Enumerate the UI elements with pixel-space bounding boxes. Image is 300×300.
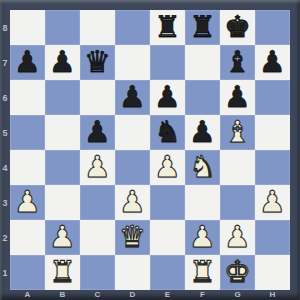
square-h3[interactable]: ♟	[255, 185, 290, 220]
piece-black-pawn[interactable]: ♟	[84, 115, 111, 149]
square-c3[interactable]	[80, 185, 115, 220]
square-e5[interactable]: ♞	[150, 115, 185, 150]
square-e6[interactable]: ♟	[150, 80, 185, 115]
piece-white-knight[interactable]: ♞	[189, 150, 216, 184]
rank-label-7: 7	[0, 45, 10, 80]
piece-white-pawn[interactable]: ♟	[14, 185, 41, 219]
square-h1[interactable]	[255, 255, 290, 290]
rank-label-6: 6	[0, 80, 10, 115]
rank-labels: 87654321	[0, 10, 10, 290]
square-c5[interactable]: ♟	[80, 115, 115, 150]
piece-black-pawn[interactable]: ♟	[224, 80, 251, 114]
square-h4[interactable]	[255, 150, 290, 185]
piece-black-knight[interactable]: ♞	[154, 115, 181, 149]
square-e2[interactable]	[150, 220, 185, 255]
square-g5[interactable]: ♝	[220, 115, 255, 150]
square-f5[interactable]: ♟	[185, 115, 220, 150]
square-f1[interactable]: ♜	[185, 255, 220, 290]
square-e3[interactable]	[150, 185, 185, 220]
square-f4[interactable]: ♞	[185, 150, 220, 185]
square-c7[interactable]: ♛	[80, 45, 115, 80]
chess-board-frame: 87654321 ♜♜♚♟♟♛♝♟♟♟♟♟♞♟♝♟♟♞♟♟♟♟♛♟♟♜♜♚ AB…	[0, 0, 300, 300]
piece-white-king[interactable]: ♚	[224, 255, 251, 289]
square-a4[interactable]	[10, 150, 45, 185]
square-b5[interactable]	[45, 115, 80, 150]
square-h8[interactable]	[255, 10, 290, 45]
piece-black-pawn[interactable]: ♟	[154, 80, 181, 114]
square-a5[interactable]	[10, 115, 45, 150]
piece-white-pawn[interactable]: ♟	[259, 185, 286, 219]
square-f3[interactable]	[185, 185, 220, 220]
square-d8[interactable]	[115, 10, 150, 45]
square-f8[interactable]: ♜	[185, 10, 220, 45]
file-label-c: C	[80, 290, 115, 300]
square-e4[interactable]: ♟	[150, 150, 185, 185]
square-h6[interactable]	[255, 80, 290, 115]
square-d6[interactable]: ♟	[115, 80, 150, 115]
square-a6[interactable]	[10, 80, 45, 115]
file-label-g: G	[220, 290, 255, 300]
piece-white-pawn[interactable]: ♟	[189, 220, 216, 254]
rank-label-4: 4	[0, 150, 10, 185]
square-e8[interactable]: ♜	[150, 10, 185, 45]
rank-label-5: 5	[0, 115, 10, 150]
square-c6[interactable]	[80, 80, 115, 115]
rank-label-3: 3	[0, 185, 10, 220]
square-b7[interactable]: ♟	[45, 45, 80, 80]
square-e7[interactable]	[150, 45, 185, 80]
piece-white-rook[interactable]: ♜	[49, 255, 76, 289]
file-label-a: A	[10, 290, 45, 300]
square-c2[interactable]	[80, 220, 115, 255]
square-d7[interactable]	[115, 45, 150, 80]
file-label-e: E	[150, 290, 185, 300]
piece-black-king[interactable]: ♚	[224, 10, 251, 44]
piece-black-rook[interactable]: ♜	[154, 10, 181, 44]
piece-white-pawn[interactable]: ♟	[49, 220, 76, 254]
square-b4[interactable]	[45, 150, 80, 185]
square-a2[interactable]	[10, 220, 45, 255]
square-a8[interactable]	[10, 10, 45, 45]
square-g2[interactable]: ♟	[220, 220, 255, 255]
file-labels: ABCDEFGH	[10, 290, 290, 300]
square-d4[interactable]	[115, 150, 150, 185]
square-g1[interactable]: ♚	[220, 255, 255, 290]
piece-black-bishop[interactable]: ♝	[224, 45, 251, 79]
piece-white-pawn[interactable]: ♟	[119, 185, 146, 219]
file-label-h: H	[255, 290, 290, 300]
square-c4[interactable]: ♟	[80, 150, 115, 185]
square-b3[interactable]	[45, 185, 80, 220]
square-c1[interactable]	[80, 255, 115, 290]
piece-white-pawn[interactable]: ♟	[224, 220, 251, 254]
piece-black-pawn[interactable]: ♟	[259, 45, 286, 79]
square-g4[interactable]	[220, 150, 255, 185]
square-a7[interactable]: ♟	[10, 45, 45, 80]
square-b2[interactable]: ♟	[45, 220, 80, 255]
square-f2[interactable]: ♟	[185, 220, 220, 255]
piece-black-pawn[interactable]: ♟	[119, 80, 146, 114]
square-a1[interactable]	[10, 255, 45, 290]
rank-label-8: 8	[0, 10, 10, 45]
square-g3[interactable]	[220, 185, 255, 220]
file-label-b: B	[45, 290, 80, 300]
piece-white-bishop[interactable]: ♝	[224, 115, 251, 149]
rank-label-1: 1	[0, 255, 10, 290]
piece-white-pawn[interactable]: ♟	[84, 150, 111, 184]
square-b1[interactable]: ♜	[45, 255, 80, 290]
piece-black-pawn[interactable]: ♟	[49, 45, 76, 79]
square-a3[interactable]: ♟	[10, 185, 45, 220]
square-c8[interactable]	[80, 10, 115, 45]
piece-black-queen[interactable]: ♛	[84, 45, 111, 79]
square-h7[interactable]: ♟	[255, 45, 290, 80]
file-label-f: F	[185, 290, 220, 300]
piece-black-pawn[interactable]: ♟	[14, 45, 41, 79]
square-f6[interactable]	[185, 80, 220, 115]
piece-black-rook[interactable]: ♜	[189, 10, 216, 44]
square-e1[interactable]	[150, 255, 185, 290]
piece-white-rook[interactable]: ♜	[189, 255, 216, 289]
piece-black-pawn[interactable]: ♟	[189, 115, 216, 149]
square-f7[interactable]	[185, 45, 220, 80]
chess-board[interactable]: ♜♜♚♟♟♛♝♟♟♟♟♟♞♟♝♟♟♞♟♟♟♟♛♟♟♜♜♚	[10, 10, 290, 290]
square-h5[interactable]	[255, 115, 290, 150]
square-g8[interactable]: ♚	[220, 10, 255, 45]
piece-white-pawn[interactable]: ♟	[154, 150, 181, 184]
rank-label-2: 2	[0, 220, 10, 255]
square-g7[interactable]: ♝	[220, 45, 255, 80]
piece-white-queen[interactable]: ♛	[119, 220, 146, 254]
square-d2[interactable]: ♛	[115, 220, 150, 255]
square-b8[interactable]	[45, 10, 80, 45]
square-d1[interactable]	[115, 255, 150, 290]
square-b6[interactable]	[45, 80, 80, 115]
square-h2[interactable]	[255, 220, 290, 255]
file-label-d: D	[115, 290, 150, 300]
square-g6[interactable]: ♟	[220, 80, 255, 115]
square-d5[interactable]	[115, 115, 150, 150]
square-d3[interactable]: ♟	[115, 185, 150, 220]
